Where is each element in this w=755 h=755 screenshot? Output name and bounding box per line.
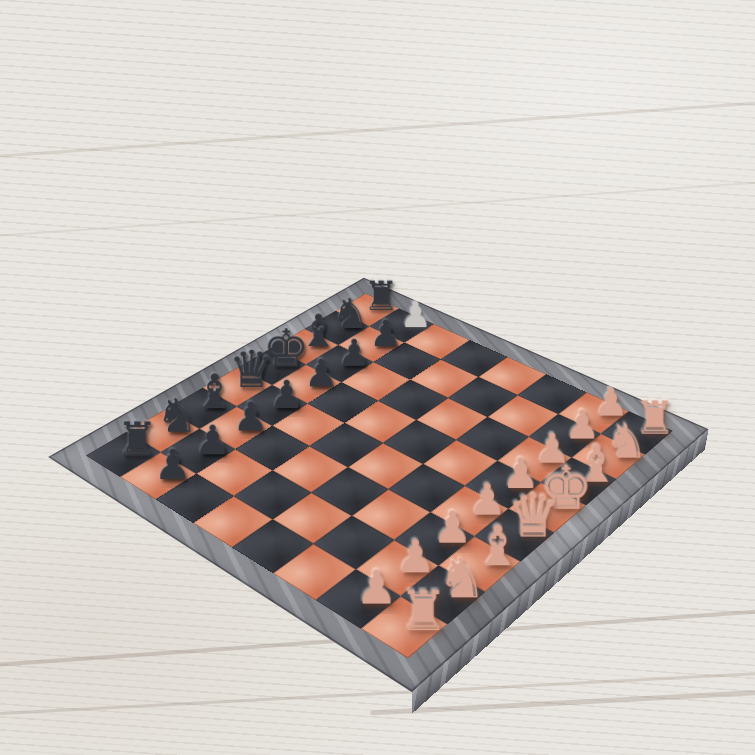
square-g1: ♞: [572, 434, 646, 479]
wood-grain-streak: [0, 99, 755, 159]
photo-background-wood: ♜♞♝♛♚♝♞♜♟♟♟♟♟♟♟♟♟♟♟♟♟♟♟♟♜♞♝♛♚♝♞♜: [0, 0, 755, 755]
wood-grain-streak: [0, 179, 755, 238]
